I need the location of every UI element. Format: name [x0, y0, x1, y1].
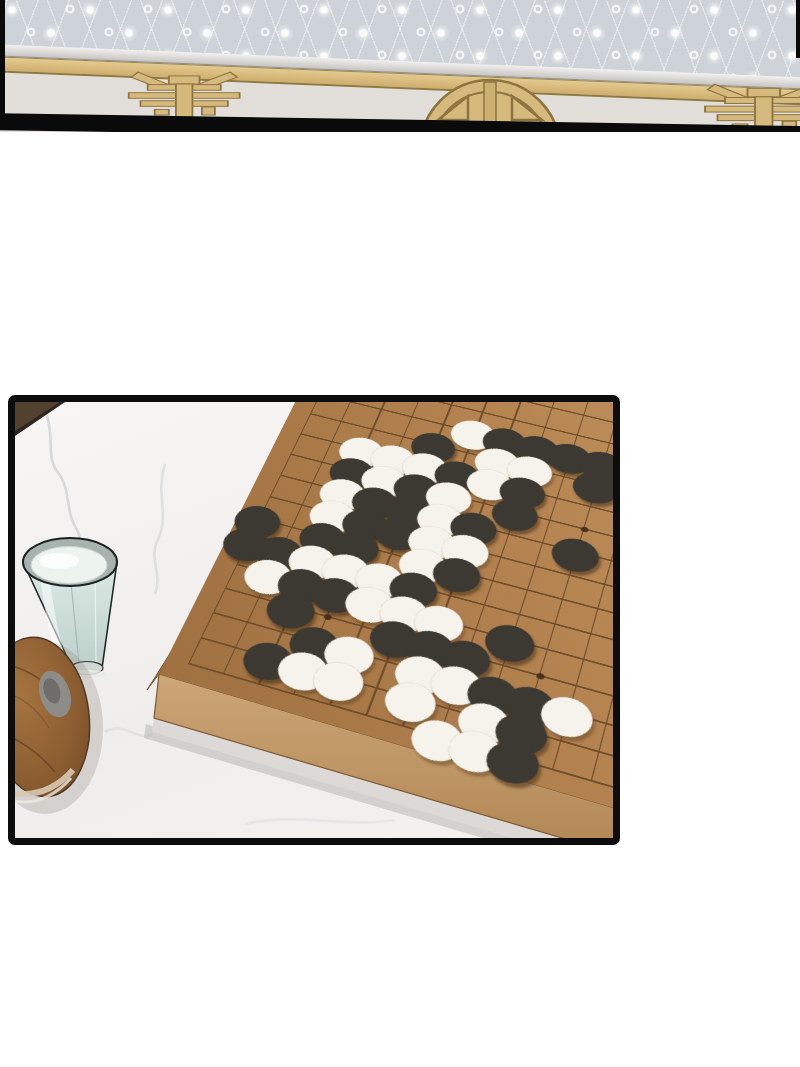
panel-go-scene: ●●●●●●●●●●●●●●●●●●●●●●●●●●●●●●●●●●●●●●●●…	[8, 395, 620, 845]
panel-ceiling-frieze	[0, 0, 800, 132]
panel-left-border	[0, 0, 5, 122]
comic-page: ●●●●●●●●●●●●●●●●●●●●●●●●●●●●●●●●●●●●●●●●…	[0, 0, 800, 1067]
panel-right-border	[796, 0, 800, 58]
shou-ornament-left	[129, 72, 240, 117]
star-point	[618, 400, 620, 406]
gold-ornaments	[0, 0, 800, 132]
scene-overlay	[15, 402, 613, 838]
table-corner-wedge	[15, 402, 65, 436]
